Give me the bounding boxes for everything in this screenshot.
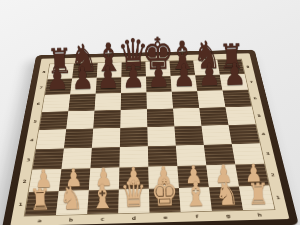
piece-white-bishop[interactable]: ♝ [90,179,115,213]
square-e1[interactable]: ♚ [149,188,181,212]
square-h5[interactable] [225,106,255,125]
square-c1[interactable]: ♝ [87,190,119,215]
square-e4[interactable] [147,126,175,146]
square-d1[interactable]: ♛ [118,189,149,214]
piece-white-rook[interactable]: ♜ [247,179,269,209]
coordinate-border: abcdefgh abcdefgh 87654321 87654321 ♜♞♝♛… [10,53,289,225]
square-h7[interactable]: ♟ [220,74,248,90]
chess-board: abcdefgh abcdefgh 87654321 87654321 ♜♞♝♛… [1,50,299,225]
square-a5[interactable] [39,111,68,130]
square-d4[interactable] [120,127,148,147]
piece-black-pawn[interactable]: ♟ [147,60,171,91]
piece-white-knight[interactable]: ♞ [59,181,83,214]
piece-black-pawn[interactable]: ♟ [223,58,247,89]
square-d5[interactable] [120,109,147,128]
square-c6[interactable] [94,93,121,111]
square-f5[interactable] [173,108,201,127]
square-h1[interactable]: ♜ [239,186,274,210]
piece-white-bishop[interactable]: ♝ [183,177,208,211]
square-e5[interactable] [147,108,175,127]
board-frame: abcdefgh abcdefgh 87654321 87654321 ♜♞♝♛… [1,50,299,225]
square-c4[interactable] [92,128,120,148]
square-f4[interactable] [174,126,203,146]
piece-white-rook[interactable]: ♜ [29,185,51,215]
square-c5[interactable] [93,110,120,129]
piece-white-queen[interactable]: ♛ [120,176,147,213]
piece-black-pawn[interactable]: ♟ [172,60,196,91]
piece-black-pawn[interactable]: ♟ [71,62,95,93]
piece-white-knight[interactable]: ♞ [215,177,239,210]
square-e7[interactable]: ♟ [146,76,172,92]
piece-black-pawn[interactable]: ♟ [122,61,146,92]
square-a1[interactable]: ♜ [25,191,59,216]
coord-label: c [86,213,118,224]
square-c7[interactable]: ♟ [96,77,122,93]
chess-board-photo: abcdefgh abcdefgh 87654321 87654321 ♜♞♝♛… [0,0,300,225]
square-b6[interactable] [68,94,95,112]
piece-black-pawn[interactable]: ♟ [96,62,120,93]
coord-label: g [212,210,245,221]
square-b7[interactable]: ♟ [70,78,96,94]
square-a4[interactable] [36,129,66,149]
square-a7[interactable]: ♟ [45,79,72,96]
square-b5[interactable] [66,111,94,130]
square-b1[interactable]: ♞ [56,190,89,215]
square-g6[interactable] [197,90,225,107]
square-a6[interactable] [42,94,70,112]
piece-black-pawn[interactable]: ♟ [198,59,222,90]
coord-label: a [23,215,56,225]
coord-label: d [118,212,150,223]
square-h4[interactable] [228,124,259,144]
coord-label: h [243,209,276,220]
coord-label: e [150,212,182,223]
square-d7[interactable]: ♟ [121,77,146,93]
square-f1[interactable]: ♝ [179,187,212,211]
square-d6[interactable] [121,92,147,109]
square-g4[interactable] [201,125,231,145]
square-f6[interactable] [172,91,199,108]
square-e6[interactable] [146,92,173,109]
square-b4[interactable] [64,129,93,149]
piece-black-pawn[interactable]: ♟ [46,63,70,94]
square-g5[interactable] [199,107,228,126]
square-h6[interactable] [223,90,252,107]
coord-label: f [181,211,213,222]
square-g7[interactable]: ♟ [195,75,222,91]
square-g1[interactable]: ♞ [209,186,243,210]
piece-white-king[interactable]: ♚ [151,174,179,212]
square-f7[interactable]: ♟ [171,75,198,91]
coord-label: b [55,214,87,225]
board-squares: ♜♞♝♛♚♝♞♜♟♟♟♟♟♟♟♟♟♟♟♟♟♟♟♟♜♞♝♛♚♝♞♜ [25,59,274,215]
